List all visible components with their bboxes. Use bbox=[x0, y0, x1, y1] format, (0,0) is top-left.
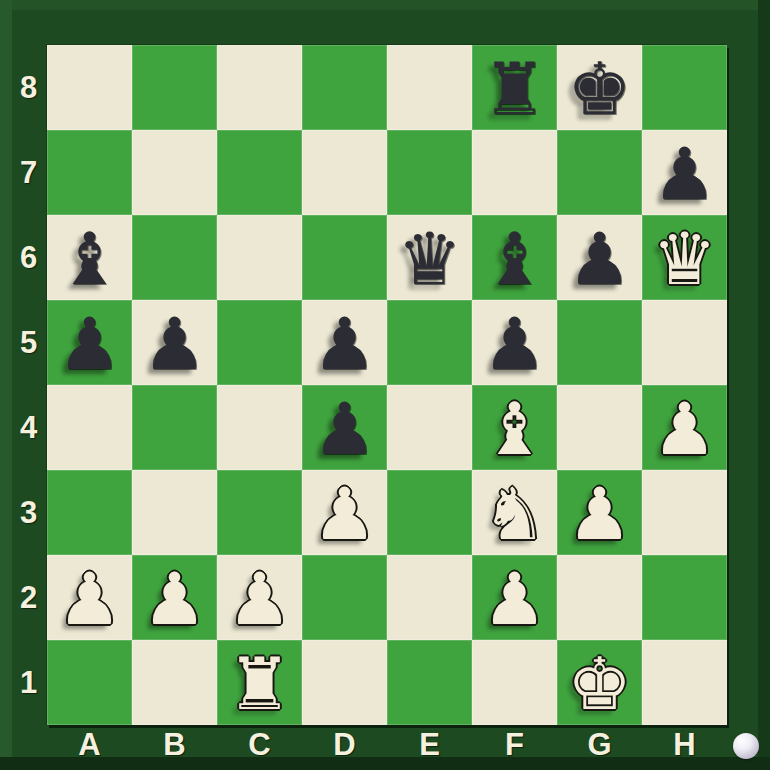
white-pawn[interactable]: ♟ bbox=[47, 555, 132, 640]
square-h1[interactable] bbox=[642, 640, 727, 725]
square-b4[interactable] bbox=[132, 385, 217, 470]
square-g1[interactable]: ♚ bbox=[557, 640, 642, 725]
rank-label-2: 2 bbox=[10, 555, 47, 640]
file-label-b: B bbox=[132, 724, 217, 766]
black-pawn[interactable]: ♟ bbox=[132, 300, 217, 385]
frame-bevel-right bbox=[758, 0, 770, 770]
square-d8[interactable] bbox=[302, 45, 387, 130]
chess-board: ♜♚♟♝♛♝♟♛♟♟♟♟♟♝♟♟♞♟♟♟♟♟♜♚ bbox=[47, 45, 727, 725]
square-f1[interactable] bbox=[472, 640, 557, 725]
square-f8[interactable]: ♜ bbox=[472, 45, 557, 130]
file-label-e: E bbox=[387, 724, 472, 766]
square-c3[interactable] bbox=[217, 470, 302, 555]
white-pawn[interactable]: ♟ bbox=[642, 385, 727, 470]
black-bishop[interactable]: ♝ bbox=[472, 215, 557, 300]
file-label-f: F bbox=[472, 724, 557, 766]
rank-label-8: 8 bbox=[10, 45, 47, 130]
black-pawn[interactable]: ♟ bbox=[47, 300, 132, 385]
square-b1[interactable] bbox=[132, 640, 217, 725]
square-g6[interactable]: ♟ bbox=[557, 215, 642, 300]
white-bishop[interactable]: ♝ bbox=[472, 385, 557, 470]
square-h6[interactable]: ♛ bbox=[642, 215, 727, 300]
black-rook[interactable]: ♜ bbox=[472, 45, 557, 130]
square-d4[interactable]: ♟ bbox=[302, 385, 387, 470]
square-e2[interactable] bbox=[387, 555, 472, 640]
square-b2[interactable]: ♟ bbox=[132, 555, 217, 640]
square-c6[interactable] bbox=[217, 215, 302, 300]
white-king[interactable]: ♚ bbox=[557, 640, 642, 725]
file-label-d: D bbox=[302, 724, 387, 766]
square-c8[interactable] bbox=[217, 45, 302, 130]
square-e4[interactable] bbox=[387, 385, 472, 470]
file-label-a: A bbox=[47, 724, 132, 766]
square-h8[interactable] bbox=[642, 45, 727, 130]
rank-label-1: 1 bbox=[10, 640, 47, 725]
black-pawn[interactable]: ♟ bbox=[557, 215, 642, 300]
square-c2[interactable]: ♟ bbox=[217, 555, 302, 640]
square-d5[interactable]: ♟ bbox=[302, 300, 387, 385]
white-pawn[interactable]: ♟ bbox=[132, 555, 217, 640]
square-h5[interactable] bbox=[642, 300, 727, 385]
rank-labels: 87654321 bbox=[10, 45, 47, 725]
square-e6[interactable]: ♛ bbox=[387, 215, 472, 300]
square-b8[interactable] bbox=[132, 45, 217, 130]
white-pawn[interactable]: ♟ bbox=[302, 470, 387, 555]
square-b3[interactable] bbox=[132, 470, 217, 555]
file-label-c: C bbox=[217, 724, 302, 766]
rank-label-7: 7 bbox=[10, 130, 47, 215]
square-c5[interactable] bbox=[217, 300, 302, 385]
square-h2[interactable] bbox=[642, 555, 727, 640]
square-e8[interactable] bbox=[387, 45, 472, 130]
square-c1[interactable]: ♜ bbox=[217, 640, 302, 725]
square-g3[interactable]: ♟ bbox=[557, 470, 642, 555]
square-g4[interactable] bbox=[557, 385, 642, 470]
square-b7[interactable] bbox=[132, 130, 217, 215]
square-d3[interactable]: ♟ bbox=[302, 470, 387, 555]
square-a5[interactable]: ♟ bbox=[47, 300, 132, 385]
square-a2[interactable]: ♟ bbox=[47, 555, 132, 640]
square-f6[interactable]: ♝ bbox=[472, 215, 557, 300]
square-h7[interactable]: ♟ bbox=[642, 130, 727, 215]
square-c4[interactable] bbox=[217, 385, 302, 470]
square-f4[interactable]: ♝ bbox=[472, 385, 557, 470]
black-queen[interactable]: ♛ bbox=[387, 215, 472, 300]
square-e3[interactable] bbox=[387, 470, 472, 555]
square-a8[interactable] bbox=[47, 45, 132, 130]
chess-board-frame: 87654321 ABCDEFGH ♜♚♟♝♛♝♟♛♟♟♟♟♟♝♟♟♞♟♟♟♟♟… bbox=[0, 0, 770, 770]
square-b5[interactable]: ♟ bbox=[132, 300, 217, 385]
square-a3[interactable] bbox=[47, 470, 132, 555]
white-rook[interactable]: ♜ bbox=[217, 640, 302, 725]
rank-label-3: 3 bbox=[10, 470, 47, 555]
square-f5[interactable]: ♟ bbox=[472, 300, 557, 385]
rank-label-6: 6 bbox=[10, 215, 47, 300]
square-b6[interactable] bbox=[132, 215, 217, 300]
white-pawn[interactable]: ♟ bbox=[557, 470, 642, 555]
file-label-g: G bbox=[557, 724, 642, 766]
square-c7[interactable] bbox=[217, 130, 302, 215]
square-d6[interactable] bbox=[302, 215, 387, 300]
file-label-h: H bbox=[642, 724, 727, 766]
square-a4[interactable] bbox=[47, 385, 132, 470]
square-f7[interactable] bbox=[472, 130, 557, 215]
square-a7[interactable] bbox=[47, 130, 132, 215]
black-pawn[interactable]: ♟ bbox=[472, 300, 557, 385]
square-e7[interactable] bbox=[387, 130, 472, 215]
black-pawn[interactable]: ♟ bbox=[302, 300, 387, 385]
white-pawn[interactable]: ♟ bbox=[217, 555, 302, 640]
square-h3[interactable] bbox=[642, 470, 727, 555]
square-d2[interactable] bbox=[302, 555, 387, 640]
black-king[interactable]: ♚ bbox=[557, 45, 642, 130]
silver-ball-icon bbox=[733, 733, 759, 759]
black-pawn[interactable]: ♟ bbox=[302, 385, 387, 470]
black-bishop[interactable]: ♝ bbox=[47, 215, 132, 300]
square-h4[interactable]: ♟ bbox=[642, 385, 727, 470]
square-g5[interactable] bbox=[557, 300, 642, 385]
square-e5[interactable] bbox=[387, 300, 472, 385]
file-labels: ABCDEFGH bbox=[47, 724, 727, 766]
square-e1[interactable] bbox=[387, 640, 472, 725]
white-queen[interactable]: ♛ bbox=[642, 215, 727, 300]
rank-label-5: 5 bbox=[10, 300, 47, 385]
square-f3[interactable]: ♞ bbox=[472, 470, 557, 555]
white-pawn[interactable]: ♟ bbox=[472, 555, 557, 640]
square-d1[interactable] bbox=[302, 640, 387, 725]
black-pawn[interactable]: ♟ bbox=[642, 130, 727, 215]
frame-bevel-top bbox=[0, 0, 770, 10]
rank-label-4: 4 bbox=[10, 385, 47, 470]
square-a1[interactable] bbox=[47, 640, 132, 725]
square-d7[interactable] bbox=[302, 130, 387, 215]
square-g2[interactable] bbox=[557, 555, 642, 640]
square-g8[interactable]: ♚ bbox=[557, 45, 642, 130]
square-f2[interactable]: ♟ bbox=[472, 555, 557, 640]
square-a6[interactable]: ♝ bbox=[47, 215, 132, 300]
white-knight[interactable]: ♞ bbox=[472, 470, 557, 555]
square-g7[interactable] bbox=[557, 130, 642, 215]
